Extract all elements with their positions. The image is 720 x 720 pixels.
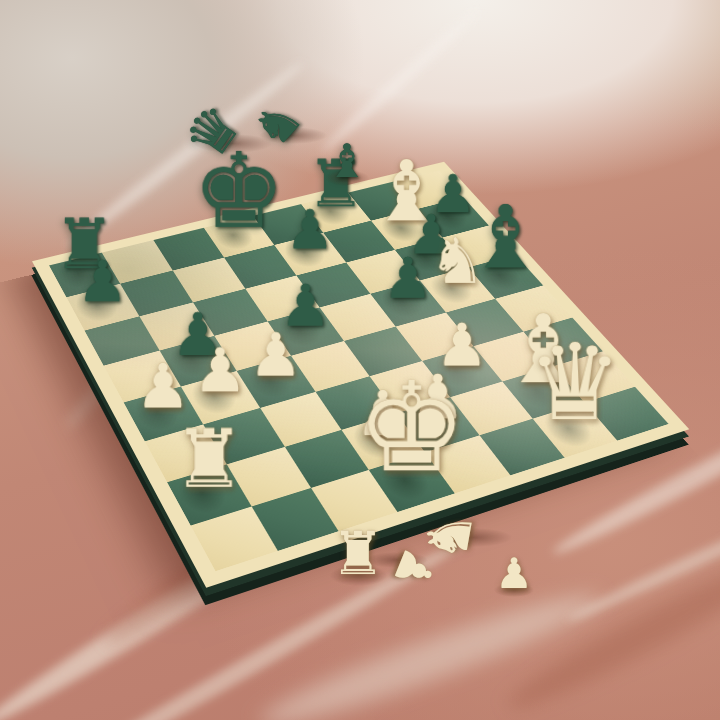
bishop-glyph: ♝ [326,138,367,184]
knight-glyph: ♞ [416,505,482,566]
photo-stage: ♜♚♜♟♝♟♟♟♝♞♟♟♟♟♟♟♟♝♟♟♜♛♚ ♛♞♝♜♟♞♟ [0,0,720,720]
rook-glyph: ♜ [173,419,245,500]
rook-glyph: ♜ [331,523,385,583]
pawn-glyph: ♟ [495,553,533,595]
pawn-glyph: ♟ [249,325,303,385]
queen-glyph: ♛ [527,330,622,436]
pawn-glyph: ♟ [136,356,191,418]
pawn-glyph: ♟ [193,340,247,401]
king-glyph: ♚ [356,366,467,489]
